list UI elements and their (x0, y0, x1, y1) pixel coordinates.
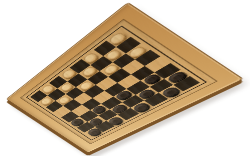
checkers-board: ●●●●●●●●●●●●●●●●●●●●●●●● (6, 2, 244, 153)
pinstripe-border: ●●●●●●●●●●●●●●●●●●●●●●●● (26, 26, 207, 141)
checker-glyph: ● (164, 88, 177, 96)
board-frame: ●●●●●●●●●●●●●●●●●●●●●●●● (6, 2, 244, 153)
checker-glyph: ● (89, 129, 99, 135)
product-photo: ●●●●●●●●●●●●●●●●●●●●●●●● (0, 0, 250, 156)
board-grid: ●●●●●●●●●●●●●●●●●●●●●●●● (30, 30, 200, 138)
board-field: ●●●●●●●●●●●●●●●●●●●●●●●● (21, 20, 216, 144)
checker-glyph: ● (135, 104, 147, 111)
checker-glyph: ● (110, 118, 121, 124)
